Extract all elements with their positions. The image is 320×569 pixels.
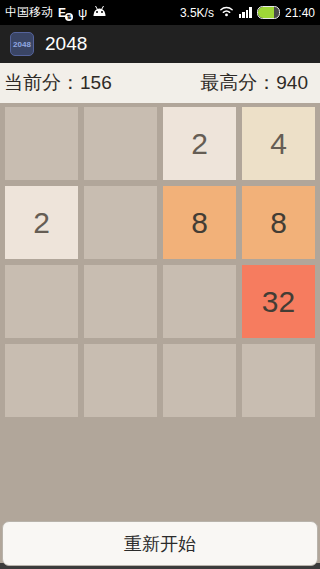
signal-bars-icon — [239, 7, 252, 18]
current-score: 当前分：156 — [4, 70, 112, 96]
empty-cell-r2c2 — [84, 186, 157, 259]
app-icon: 2048 — [10, 32, 34, 56]
status-left: 中国移动 E ⇅ ψ — [5, 4, 107, 21]
tile-grid: 2428832 — [0, 103, 320, 417]
edge-network-icon: E ⇅ — [58, 6, 73, 20]
current-score-value: 156 — [80, 72, 112, 93]
tile-2-r1c3: 2 — [163, 107, 236, 180]
tile-2-r2c1: 2 — [5, 186, 78, 259]
empty-cell-r4c3 — [163, 344, 236, 417]
edge-traffic-badge: ⇅ — [65, 13, 73, 21]
empty-cell-r1c1 — [5, 107, 78, 180]
network-speed: 3.5K/s — [180, 6, 214, 20]
empty-cell-r3c3 — [163, 265, 236, 338]
tile-4-r1c4: 4 — [242, 107, 315, 180]
page-title: 2048 — [45, 33, 87, 55]
current-score-label: 当前分： — [4, 72, 80, 93]
status-bar: 中国移动 E ⇅ ψ 3.5K/s — [0, 0, 320, 25]
empty-cell-r4c4 — [242, 344, 315, 417]
tile-32-r3c4: 32 — [242, 265, 315, 338]
empty-cell-r4c2 — [84, 344, 157, 417]
game-board[interactable]: 2428832 — [0, 103, 320, 564]
best-score-value: 940 — [276, 72, 308, 93]
best-score-label: 最高分： — [200, 72, 276, 93]
battery-icon — [257, 6, 280, 19]
empty-cell-r4c1 — [5, 344, 78, 417]
best-score: 最高分：940 — [200, 70, 308, 96]
wifi-icon — [219, 5, 234, 20]
empty-cell-r3c2 — [84, 265, 157, 338]
empty-cell-r1c2 — [84, 107, 157, 180]
score-bar: 当前分：156 最高分：940 — [0, 63, 320, 103]
tile-8-r2c4: 8 — [242, 186, 315, 259]
clock-label: 21:40 — [285, 6, 315, 20]
tile-8-r2c3: 8 — [163, 186, 236, 259]
android-debug-icon — [92, 5, 107, 20]
phone-screen: 中国移动 E ⇅ ψ 3.5K/s — [0, 0, 320, 569]
empty-cell-r3c1 — [5, 265, 78, 338]
usb-icon: ψ — [78, 6, 87, 19]
title-bar: 2048 2048 — [0, 25, 320, 63]
carrier-label: 中国移动 — [5, 4, 53, 21]
status-right: 3.5K/s 21:40 — [180, 5, 315, 20]
restart-button[interactable]: 重新开始 — [2, 521, 318, 566]
